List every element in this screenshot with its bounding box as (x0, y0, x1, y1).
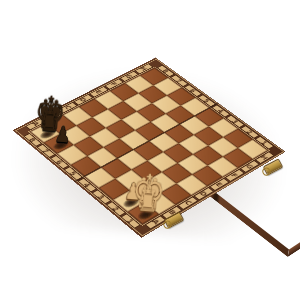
scene: ABCDEFGH8877665544332211ABCDEFGH ♜♞♝♛♚♝♞… (0, 0, 300, 300)
black-pawn-glyph: ♟ (45, 123, 79, 147)
board-top: ABCDEFGH8877665544332211ABCDEFGH ♜♞♝♛♚♝♞… (12, 57, 286, 237)
product-photo: ABCDEFGH8877665544332211ABCDEFGH ♜♞♝♛♚♝♞… (0, 0, 300, 300)
white-rook-glyph: ♜ (129, 185, 165, 216)
board-edge-front (288, 163, 300, 258)
